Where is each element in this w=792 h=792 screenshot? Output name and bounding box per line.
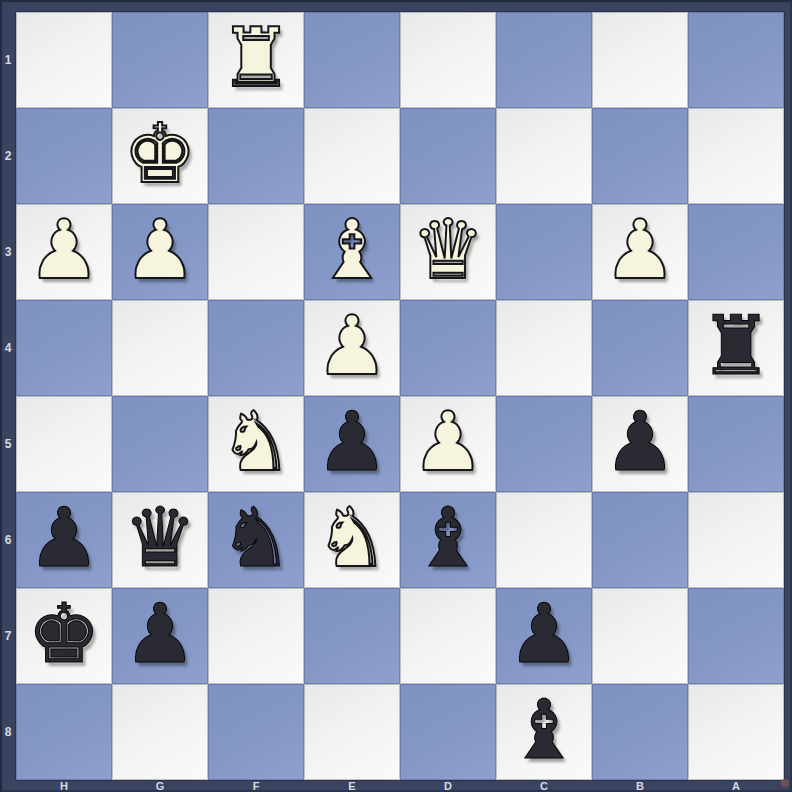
square-c4[interactable] <box>496 300 592 396</box>
square-a8[interactable] <box>688 684 784 780</box>
watermark-dot <box>781 779 789 787</box>
square-g1[interactable] <box>112 12 208 108</box>
square-c7[interactable]: ♟ <box>496 588 592 684</box>
file-labels: HGFEDCBA <box>16 780 784 792</box>
file-label-a: A <box>688 780 784 792</box>
square-c1[interactable] <box>496 12 592 108</box>
piece-black-bishop[interactable]: ♝ <box>496 684 592 780</box>
square-c6[interactable] <box>496 492 592 588</box>
file-label-h: H <box>16 780 112 792</box>
square-g6[interactable]: ♛ <box>112 492 208 588</box>
square-a2[interactable] <box>688 108 784 204</box>
square-h2[interactable] <box>16 108 112 204</box>
square-e1[interactable] <box>304 12 400 108</box>
piece-black-rook[interactable]: ♜ <box>688 300 784 396</box>
square-d2[interactable] <box>400 108 496 204</box>
square-g8[interactable] <box>112 684 208 780</box>
square-f5[interactable]: ♞ <box>208 396 304 492</box>
square-b3[interactable]: ♟ <box>592 204 688 300</box>
square-d7[interactable] <box>400 588 496 684</box>
square-h7[interactable]: ♚ <box>16 588 112 684</box>
square-f7[interactable] <box>208 588 304 684</box>
square-e3[interactable]: ♝ <box>304 204 400 300</box>
square-c8[interactable]: ♝ <box>496 684 592 780</box>
piece-black-queen[interactable]: ♛ <box>112 492 208 588</box>
square-d6[interactable]: ♝ <box>400 492 496 588</box>
square-b1[interactable] <box>592 12 688 108</box>
piece-black-knight[interactable]: ♞ <box>208 492 304 588</box>
square-h3[interactable]: ♟ <box>16 204 112 300</box>
piece-black-pawn[interactable]: ♟ <box>592 396 688 492</box>
square-d8[interactable] <box>400 684 496 780</box>
rank-label-4: 4 <box>0 300 16 396</box>
piece-black-pawn[interactable]: ♟ <box>112 588 208 684</box>
piece-white-knight[interactable]: ♞ <box>304 492 400 588</box>
square-d1[interactable] <box>400 12 496 108</box>
square-a1[interactable] <box>688 12 784 108</box>
square-g3[interactable]: ♟ <box>112 204 208 300</box>
square-d4[interactable] <box>400 300 496 396</box>
rank-label-7: 7 <box>0 588 16 684</box>
piece-white-pawn[interactable]: ♟ <box>112 204 208 300</box>
piece-black-bishop[interactable]: ♝ <box>400 492 496 588</box>
square-h8[interactable] <box>16 684 112 780</box>
piece-black-pawn[interactable]: ♟ <box>16 492 112 588</box>
square-e5[interactable]: ♟ <box>304 396 400 492</box>
square-a7[interactable] <box>688 588 784 684</box>
rank-label-1: 1 <box>0 12 16 108</box>
square-c2[interactable] <box>496 108 592 204</box>
square-e4[interactable]: ♟ <box>304 300 400 396</box>
piece-black-pawn[interactable]: ♟ <box>304 396 400 492</box>
square-e8[interactable] <box>304 684 400 780</box>
square-g5[interactable] <box>112 396 208 492</box>
square-f1[interactable]: ♜ <box>208 12 304 108</box>
square-h4[interactable] <box>16 300 112 396</box>
square-b8[interactable] <box>592 684 688 780</box>
piece-white-pawn[interactable]: ♟ <box>16 204 112 300</box>
square-b5[interactable]: ♟ <box>592 396 688 492</box>
square-b6[interactable] <box>592 492 688 588</box>
square-f6[interactable]: ♞ <box>208 492 304 588</box>
rank-label-8: 8 <box>0 684 16 780</box>
chess-board: ♜♚♟♟♝♛♟♟♜♞♟♟♟♟♛♞♞♝♚♟♟♝ <box>16 12 784 780</box>
square-e7[interactable] <box>304 588 400 684</box>
square-a6[interactable] <box>688 492 784 588</box>
square-g7[interactable]: ♟ <box>112 588 208 684</box>
rank-labels: 12345678 <box>0 12 16 780</box>
square-c3[interactable] <box>496 204 592 300</box>
file-label-c: C <box>496 780 592 792</box>
file-label-b: B <box>592 780 688 792</box>
piece-white-king[interactable]: ♚ <box>112 108 208 204</box>
piece-black-king[interactable]: ♚ <box>16 588 112 684</box>
piece-white-pawn[interactable]: ♟ <box>592 204 688 300</box>
chess-board-frame: 12345678 ♜♚♟♟♝♛♟♟♜♞♟♟♟♟♛♞♞♝♚♟♟♝ HGFEDCBA <box>0 0 792 792</box>
square-c5[interactable] <box>496 396 592 492</box>
square-d5[interactable]: ♟ <box>400 396 496 492</box>
piece-white-knight[interactable]: ♞ <box>208 396 304 492</box>
square-f4[interactable] <box>208 300 304 396</box>
square-f3[interactable] <box>208 204 304 300</box>
square-h5[interactable] <box>16 396 112 492</box>
square-h1[interactable] <box>16 12 112 108</box>
piece-white-bishop[interactable]: ♝ <box>304 204 400 300</box>
rank-label-2: 2 <box>0 108 16 204</box>
rank-label-6: 6 <box>0 492 16 588</box>
piece-white-pawn[interactable]: ♟ <box>400 396 496 492</box>
rank-label-3: 3 <box>0 204 16 300</box>
file-label-e: E <box>304 780 400 792</box>
piece-white-rook[interactable]: ♜ <box>208 12 304 108</box>
square-b4[interactable] <box>592 300 688 396</box>
square-e6[interactable]: ♞ <box>304 492 400 588</box>
square-e2[interactable] <box>304 108 400 204</box>
square-d3[interactable]: ♛ <box>400 204 496 300</box>
square-f8[interactable] <box>208 684 304 780</box>
square-g2[interactable]: ♚ <box>112 108 208 204</box>
rank-label-5: 5 <box>0 396 16 492</box>
piece-black-pawn[interactable]: ♟ <box>496 588 592 684</box>
square-b7[interactable] <box>592 588 688 684</box>
square-b2[interactable] <box>592 108 688 204</box>
square-h6[interactable]: ♟ <box>16 492 112 588</box>
file-label-g: G <box>112 780 208 792</box>
piece-white-pawn[interactable]: ♟ <box>304 300 400 396</box>
square-a3[interactable] <box>688 204 784 300</box>
file-label-d: D <box>400 780 496 792</box>
piece-white-queen[interactable]: ♛ <box>400 204 496 300</box>
square-a4[interactable]: ♜ <box>688 300 784 396</box>
square-a5[interactable] <box>688 396 784 492</box>
square-f2[interactable] <box>208 108 304 204</box>
file-label-f: F <box>208 780 304 792</box>
square-g4[interactable] <box>112 300 208 396</box>
